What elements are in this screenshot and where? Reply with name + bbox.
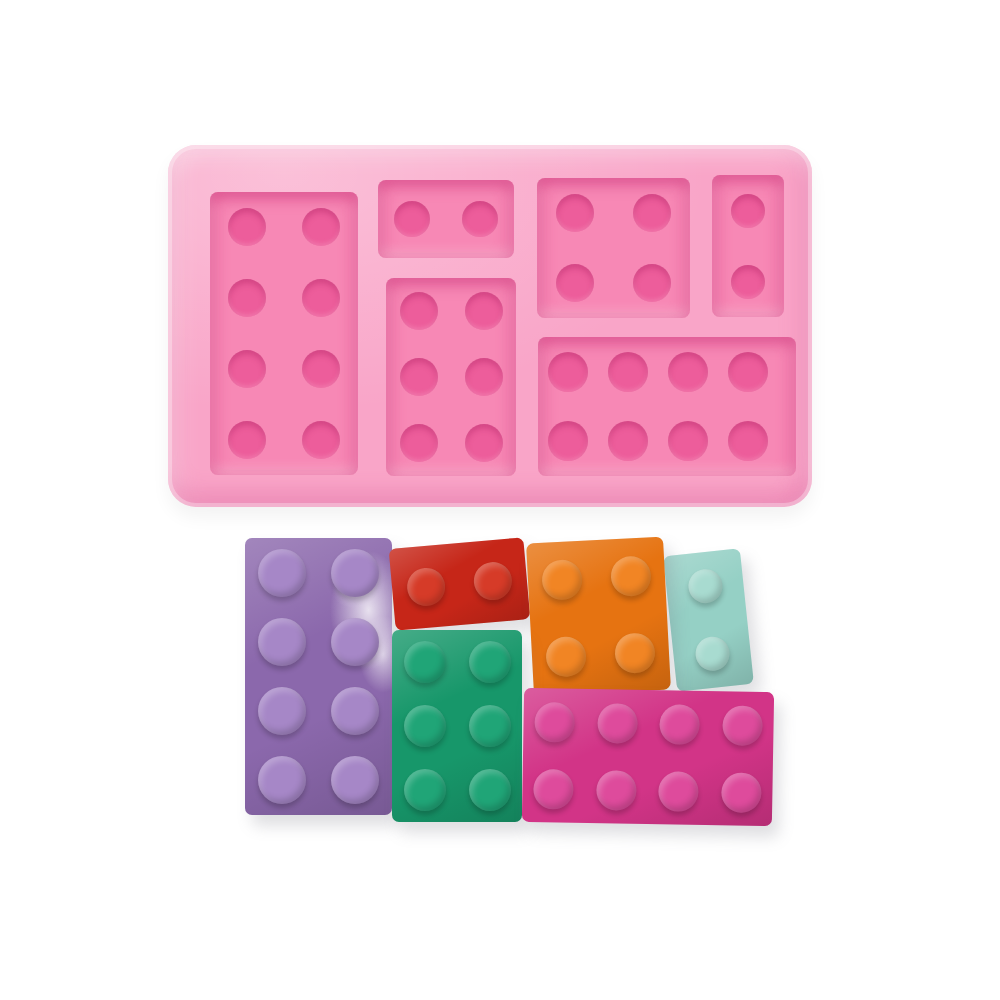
stud-hole xyxy=(400,292,438,330)
stud-hole xyxy=(608,421,648,461)
brick-stud xyxy=(597,703,638,744)
stud-hole xyxy=(668,421,708,461)
stud-hole xyxy=(394,201,430,237)
brick-stud xyxy=(258,618,306,666)
brick-stud xyxy=(722,705,763,746)
brick-stud xyxy=(469,641,511,683)
brick-magenta-4x2 xyxy=(522,688,774,826)
stud-hole xyxy=(668,352,708,392)
stud-hole xyxy=(556,264,594,302)
silicone-mold xyxy=(168,145,812,507)
brick-stud xyxy=(658,771,699,812)
stud-hole xyxy=(462,201,498,237)
brick-stud xyxy=(331,618,379,666)
cavity-4x2-bottom-right xyxy=(538,337,796,476)
cavity-1x2-far-right xyxy=(712,175,784,317)
brick-orange-2x2 xyxy=(526,537,671,697)
brick-stud xyxy=(258,756,306,804)
stud-hole xyxy=(302,208,340,246)
stud-hole xyxy=(728,421,768,461)
stud-hole xyxy=(731,265,765,299)
brick-stud xyxy=(404,769,446,811)
stud-hole xyxy=(608,352,648,392)
brick-red-2x1 xyxy=(389,537,531,630)
brick-green-2x3 xyxy=(392,630,522,822)
stud-hole xyxy=(465,292,503,330)
brick-stud xyxy=(535,702,576,743)
stud-hole xyxy=(465,424,503,462)
brick-stud xyxy=(469,769,511,811)
brick-stud xyxy=(469,705,511,747)
cavity-2x3-middle xyxy=(386,278,516,476)
stud-hole xyxy=(728,352,768,392)
stud-hole xyxy=(302,350,340,388)
brick-stud xyxy=(258,549,306,597)
brick-purple-2x4 xyxy=(245,538,392,815)
brick-stud xyxy=(331,549,379,597)
stud-hole xyxy=(633,194,671,232)
stud-hole xyxy=(228,350,266,388)
stud-hole xyxy=(556,194,594,232)
brick-shading xyxy=(526,537,671,697)
brick-stud xyxy=(533,769,574,810)
stud-hole xyxy=(548,421,588,461)
stud-hole xyxy=(400,424,438,462)
stud-hole xyxy=(302,421,340,459)
stud-hole xyxy=(548,352,588,392)
brick-stud xyxy=(659,704,700,745)
stud-hole xyxy=(400,358,438,396)
brick-stud xyxy=(258,687,306,735)
product-photo xyxy=(0,0,1000,1000)
stud-hole xyxy=(302,279,340,317)
cavity-2x1-top-middle xyxy=(378,180,514,258)
stud-hole xyxy=(228,421,266,459)
stud-hole xyxy=(633,264,671,302)
brick-stud xyxy=(404,705,446,747)
cavity-2x2-top-right xyxy=(537,178,690,318)
stud-hole xyxy=(731,194,765,228)
stud-hole xyxy=(465,358,503,396)
brick-stud xyxy=(596,770,637,811)
brick-stud xyxy=(404,641,446,683)
brick-stud xyxy=(721,772,762,813)
brick-teal-1x2 xyxy=(663,548,754,691)
cavity-2x4-left xyxy=(210,192,358,475)
stud-hole xyxy=(228,279,266,317)
stud-hole xyxy=(228,208,266,246)
